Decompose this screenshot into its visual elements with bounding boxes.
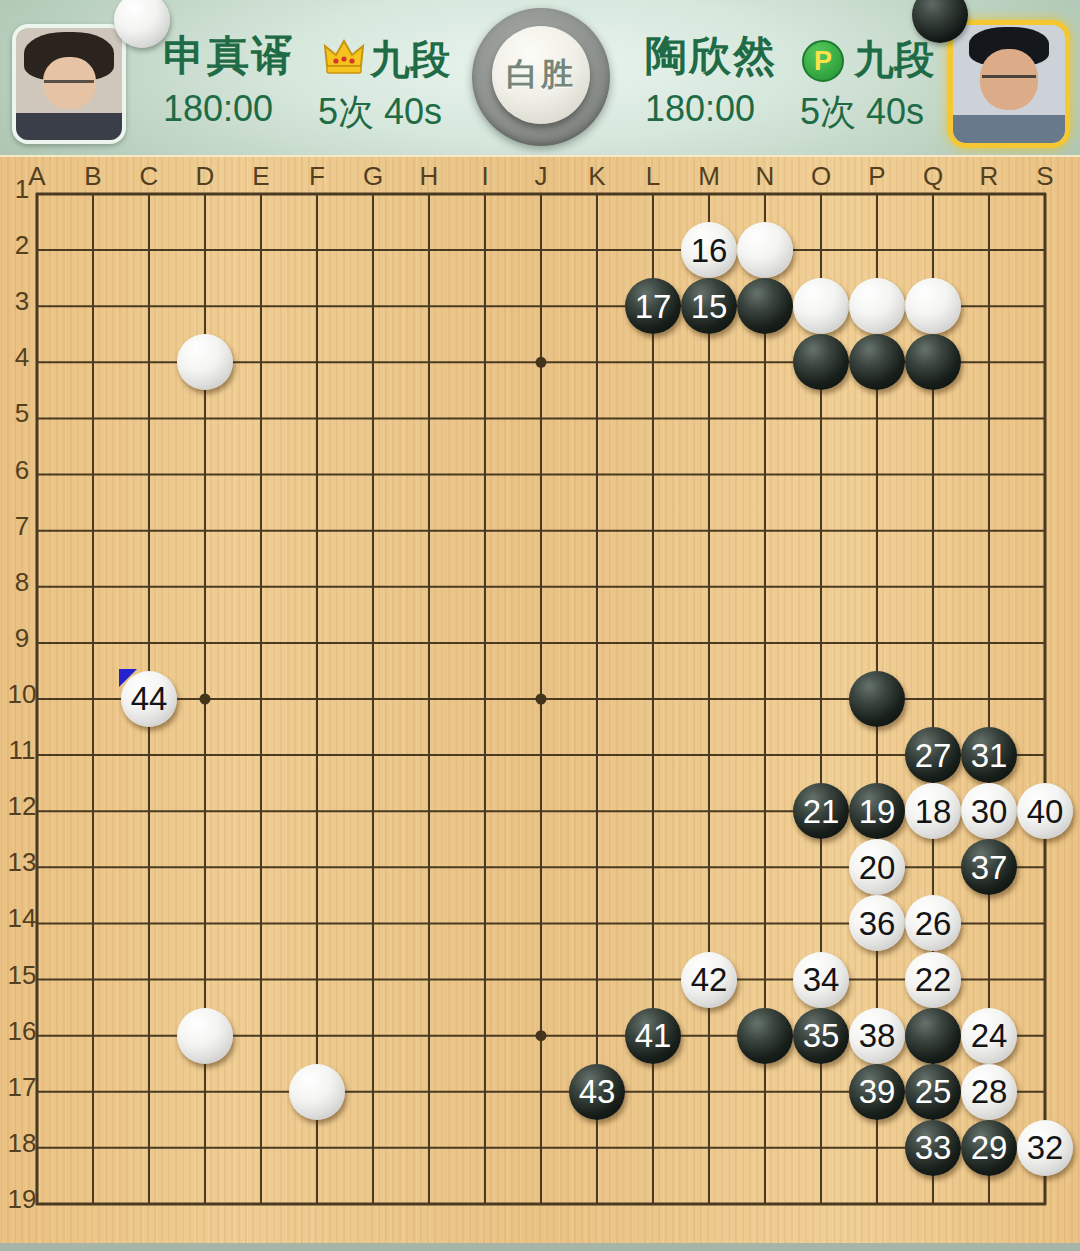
black-player-avatar[interactable] <box>948 20 1070 148</box>
move-number: 44 <box>131 682 168 715</box>
col-label-S: S <box>1036 161 1053 191</box>
col-label-I: I <box>481 161 488 191</box>
result-text: 白胜 <box>506 53 576 97</box>
move-number: 32 <box>1027 1131 1064 1164</box>
stone-O3-white <box>793 278 849 334</box>
stone-P17-black-move-39: 39 <box>849 1064 905 1120</box>
stone-S18-white-move-32: 32 <box>1017 1120 1073 1176</box>
move-number: 22 <box>915 963 952 996</box>
stone-P16-white-move-38: 38 <box>849 1008 905 1064</box>
row-label-17: 17 <box>8 1072 37 1102</box>
stone-S12-white-move-40: 40 <box>1017 783 1073 839</box>
row-label-12: 12 <box>8 791 37 821</box>
stone-O15-white-move-34: 34 <box>793 952 849 1008</box>
top-bar: 申真谞 九段 180:00 5次 40s 白胜 陶欣然 P 九段 180:00 … <box>0 0 1080 155</box>
stone-P3-white <box>849 278 905 334</box>
black-main-time: 180:00 <box>645 88 755 130</box>
move-number: 16 <box>691 234 728 267</box>
bottom-edge-strip <box>0 1243 1080 1251</box>
star-point-J16 <box>536 1030 547 1041</box>
p-badge-letter: P <box>814 48 832 75</box>
col-label-B: B <box>84 161 101 191</box>
col-label-J: J <box>535 161 548 191</box>
stone-Q15-white-move-22: 22 <box>905 952 961 1008</box>
stone-P10-black <box>849 671 905 727</box>
stone-R17-white-move-28: 28 <box>961 1064 1017 1120</box>
stone-P12-black-move-19: 19 <box>849 783 905 839</box>
white-main-time: 180:00 <box>163 88 273 130</box>
stone-N2-white <box>737 222 793 278</box>
stone-R12-white-move-30: 30 <box>961 783 1017 839</box>
move-number: 27 <box>915 739 952 772</box>
stone-D16-white <box>177 1008 233 1064</box>
stone-L3-black-move-17: 17 <box>625 278 681 334</box>
col-label-P: P <box>868 161 885 191</box>
move-number: 37 <box>971 851 1008 884</box>
move-number: 41 <box>635 1019 672 1052</box>
p-badge-icon: P <box>802 40 844 82</box>
stone-Q18-black-move-33: 33 <box>905 1120 961 1176</box>
col-label-C: C <box>140 161 159 191</box>
move-number: 39 <box>859 1075 896 1108</box>
move-number: 25 <box>915 1075 952 1108</box>
stone-Q3-white <box>905 278 961 334</box>
stone-N3-black <box>737 278 793 334</box>
stone-Q12-white-move-18: 18 <box>905 783 961 839</box>
avatar-body <box>953 115 1065 143</box>
row-label-3: 3 <box>15 286 29 316</box>
star-point-J4 <box>536 357 547 368</box>
move-number: 31 <box>971 739 1008 772</box>
col-label-L: L <box>646 161 660 191</box>
white-byoyomi: 5次 40s <box>318 88 442 137</box>
avatar-body <box>16 113 122 140</box>
stone-K17-black-move-43: 43 <box>569 1064 625 1120</box>
move-number: 42 <box>691 963 728 996</box>
stone-L16-black-move-41: 41 <box>625 1008 681 1064</box>
col-label-R: R <box>980 161 999 191</box>
stone-R13-black-move-37: 37 <box>961 839 1017 895</box>
stone-Q16-black <box>905 1008 961 1064</box>
black-player-name: 陶欣然 <box>645 28 777 84</box>
col-label-D: D <box>196 161 215 191</box>
move-number: 21 <box>803 795 840 828</box>
col-label-M: M <box>698 161 720 191</box>
stone-O12-black-move-21: 21 <box>793 783 849 839</box>
star-point-J10 <box>536 693 547 704</box>
col-label-N: N <box>756 161 775 191</box>
stone-D4-white <box>177 334 233 390</box>
row-label-19: 19 <box>8 1184 37 1214</box>
move-number: 30 <box>971 795 1008 828</box>
white-player-name: 申真谞 <box>163 28 295 84</box>
move-number: 43 <box>579 1075 616 1108</box>
move-number: 33 <box>915 1131 952 1164</box>
col-label-E: E <box>252 161 269 191</box>
move-number: 24 <box>971 1019 1008 1052</box>
stone-M15-white-move-42: 42 <box>681 952 737 1008</box>
row-label-15: 15 <box>8 960 37 990</box>
avatar-glasses <box>982 75 1036 89</box>
stone-O16-black-move-35: 35 <box>793 1008 849 1064</box>
stone-P13-white-move-20: 20 <box>849 839 905 895</box>
stone-R11-black-move-31: 31 <box>961 727 1017 783</box>
col-label-F: F <box>309 161 325 191</box>
move-number: 17 <box>635 290 672 323</box>
result-button[interactable]: 白胜 <box>472 8 610 146</box>
move-number: 34 <box>803 963 840 996</box>
col-label-K: K <box>588 161 606 191</box>
col-label-O: O <box>811 161 831 191</box>
move-number: 28 <box>971 1075 1008 1108</box>
row-label-6: 6 <box>15 455 29 485</box>
move-number: 38 <box>859 1019 896 1052</box>
row-label-8: 8 <box>15 567 29 597</box>
stone-N16-black <box>737 1008 793 1064</box>
col-label-Q: Q <box>923 161 943 191</box>
move-number: 36 <box>859 907 896 940</box>
stone-O4-black <box>793 334 849 390</box>
white-player-avatar[interactable] <box>12 24 126 144</box>
crown-icon <box>323 38 365 76</box>
move-number: 20 <box>859 851 896 884</box>
move-number: 15 <box>691 290 728 323</box>
row-label-10: 10 <box>8 679 37 709</box>
last-move-marker-icon <box>119 669 137 687</box>
move-number: 40 <box>1027 795 1064 828</box>
result-button-face: 白胜 <box>492 26 590 124</box>
white-stone-color-marker <box>114 0 170 48</box>
move-number: 26 <box>915 907 952 940</box>
col-label-H: H <box>420 161 439 191</box>
stone-C10-white-move-44: 44 <box>121 671 177 727</box>
stone-M2-white-move-16: 16 <box>681 222 737 278</box>
black-player-rank: 九段 <box>854 32 934 87</box>
stone-R16-white-move-24: 24 <box>961 1008 1017 1064</box>
row-label-11: 11 <box>9 735 36 765</box>
row-label-4: 4 <box>15 342 29 372</box>
col-label-A: A <box>28 161 46 191</box>
row-label-14: 14 <box>8 903 37 933</box>
row-label-18: 18 <box>8 1128 37 1158</box>
row-label-1: 1 <box>15 174 29 204</box>
stone-Q4-black <box>905 334 961 390</box>
black-byoyomi: 5次 40s <box>800 88 924 137</box>
row-label-5: 5 <box>15 398 29 428</box>
stone-P4-black <box>849 334 905 390</box>
row-label-2: 2 <box>15 230 29 260</box>
stone-M3-black-move-15: 15 <box>681 278 737 334</box>
move-number: 19 <box>859 795 896 828</box>
row-label-13: 13 <box>8 847 37 877</box>
col-label-G: G <box>363 161 383 191</box>
move-number: 35 <box>803 1019 840 1052</box>
white-player-rank: 九段 <box>370 32 450 87</box>
go-board[interactable]: ABCDEFGHIJKLMNOPQRS123456789101112131415… <box>0 155 1080 1243</box>
move-number: 29 <box>971 1131 1008 1164</box>
stone-F17-white <box>289 1064 345 1120</box>
avatar-glasses <box>44 80 95 93</box>
stone-Q11-black-move-27: 27 <box>905 727 961 783</box>
stone-R18-black-move-29: 29 <box>961 1120 1017 1176</box>
stone-Q17-black-move-25: 25 <box>905 1064 961 1120</box>
star-point-D10 <box>200 693 211 704</box>
row-label-7: 7 <box>15 511 29 541</box>
row-label-9: 9 <box>15 623 29 653</box>
row-label-16: 16 <box>8 1016 37 1046</box>
move-number: 18 <box>915 795 952 828</box>
